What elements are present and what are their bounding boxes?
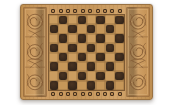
- square[interactable]: [87, 81, 96, 90]
- carved-panel-right: [126, 7, 150, 97]
- square[interactable]: [49, 43, 58, 52]
- carved-square-motif: [66, 9, 70, 13]
- square[interactable]: [105, 24, 114, 33]
- carved-square-motif: [110, 92, 114, 96]
- square[interactable]: [58, 24, 67, 33]
- square[interactable]: [96, 53, 105, 62]
- square[interactable]: [115, 71, 124, 80]
- checkerboard: [48, 14, 125, 91]
- carved-square-motif: [59, 9, 63, 13]
- square[interactable]: [115, 15, 124, 24]
- square[interactable]: [87, 34, 96, 43]
- square[interactable]: [49, 81, 58, 90]
- carved-square-motif: [103, 92, 107, 96]
- square[interactable]: [87, 15, 96, 24]
- carved-square-motif: [81, 9, 85, 13]
- square[interactable]: [115, 81, 124, 90]
- square[interactable]: [68, 71, 77, 80]
- square[interactable]: [105, 71, 114, 80]
- square[interactable]: [96, 81, 105, 90]
- square[interactable]: [58, 81, 67, 90]
- square[interactable]: [58, 43, 67, 52]
- square[interactable]: [58, 53, 67, 62]
- square[interactable]: [115, 34, 124, 43]
- bottom-border-motifs: [48, 91, 125, 97]
- board-center: [47, 7, 126, 97]
- square[interactable]: [68, 15, 77, 24]
- square[interactable]: [77, 15, 86, 24]
- square[interactable]: [77, 24, 86, 33]
- square[interactable]: [96, 15, 105, 24]
- square[interactable]: [105, 53, 114, 62]
- carved-square-motif: [96, 9, 100, 13]
- square[interactable]: [87, 71, 96, 80]
- carved-panel-left: [23, 7, 47, 97]
- square[interactable]: [58, 34, 67, 43]
- carved-square-motif: [88, 9, 92, 13]
- carved-square-motif: [118, 92, 122, 96]
- square[interactable]: [49, 24, 58, 33]
- carved-square-motif: [51, 92, 55, 96]
- square[interactable]: [87, 24, 96, 33]
- square[interactable]: [58, 15, 67, 24]
- square[interactable]: [68, 62, 77, 71]
- square[interactable]: [68, 24, 77, 33]
- carved-square-motif: [66, 92, 70, 96]
- square[interactable]: [105, 81, 114, 90]
- square[interactable]: [105, 62, 114, 71]
- photo-background: [0, 0, 175, 105]
- square[interactable]: [58, 62, 67, 71]
- top-border-motifs: [48, 7, 125, 14]
- carved-square-motif: [110, 9, 114, 13]
- carved-square-motif: [88, 92, 92, 96]
- square[interactable]: [96, 71, 105, 80]
- square[interactable]: [105, 34, 114, 43]
- square[interactable]: [77, 34, 86, 43]
- square[interactable]: [115, 62, 124, 71]
- square[interactable]: [77, 62, 86, 71]
- square[interactable]: [87, 43, 96, 52]
- square[interactable]: [77, 53, 86, 62]
- square[interactable]: [96, 62, 105, 71]
- carved-square-motif: [73, 92, 77, 96]
- square[interactable]: [68, 34, 77, 43]
- square[interactable]: [77, 81, 86, 90]
- carved-square-motif: [51, 9, 55, 13]
- square[interactable]: [96, 34, 105, 43]
- square[interactable]: [105, 43, 114, 52]
- square[interactable]: [49, 53, 58, 62]
- square[interactable]: [49, 62, 58, 71]
- square[interactable]: [87, 53, 96, 62]
- square[interactable]: [77, 71, 86, 80]
- square[interactable]: [77, 43, 86, 52]
- square[interactable]: [115, 24, 124, 33]
- square[interactable]: [68, 81, 77, 90]
- square[interactable]: [58, 71, 67, 80]
- square[interactable]: [115, 53, 124, 62]
- square[interactable]: [49, 71, 58, 80]
- square[interactable]: [115, 43, 124, 52]
- carved-square-motif: [118, 9, 122, 13]
- carved-square-motif: [96, 92, 100, 96]
- carved-square-motif: [81, 92, 85, 96]
- carved-square-motif: [103, 9, 107, 13]
- square[interactable]: [68, 53, 77, 62]
- square[interactable]: [87, 62, 96, 71]
- carved-square-motif: [59, 92, 63, 96]
- square[interactable]: [96, 43, 105, 52]
- square[interactable]: [49, 15, 58, 24]
- square[interactable]: [68, 43, 77, 52]
- square[interactable]: [96, 24, 105, 33]
- square[interactable]: [49, 34, 58, 43]
- square[interactable]: [105, 15, 114, 24]
- carved-wooden-board: [20, 4, 153, 100]
- carved-square-motif: [73, 9, 77, 13]
